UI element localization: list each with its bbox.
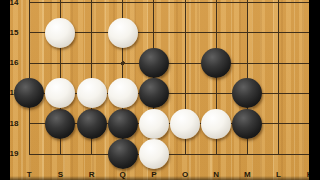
black-stone-N16[interactable] xyxy=(201,48,231,78)
black-stone-Q18[interactable] xyxy=(108,109,138,139)
black-stone-R18[interactable] xyxy=(77,109,107,139)
letterbox-bar-left xyxy=(0,0,10,180)
white-stone-O18[interactable] xyxy=(170,109,200,139)
black-stone-S18[interactable] xyxy=(45,109,75,139)
black-stone-P16[interactable] xyxy=(139,48,169,78)
board-bottom-edge-shadow xyxy=(0,176,320,180)
black-stone-P17[interactable] xyxy=(139,78,169,108)
letterbox-bar-right xyxy=(309,0,320,180)
stones-layer xyxy=(0,0,320,180)
black-stone-Q19[interactable] xyxy=(108,139,138,169)
white-stone-S17[interactable] xyxy=(45,78,75,108)
white-stone-S15[interactable] xyxy=(45,18,75,48)
black-stone-M18[interactable] xyxy=(232,109,262,139)
white-stone-P19[interactable] xyxy=(139,139,169,169)
white-stone-P18[interactable] xyxy=(139,109,169,139)
white-stone-Q17[interactable] xyxy=(108,78,138,108)
white-stone-N18[interactable] xyxy=(201,109,231,139)
white-stone-Q15[interactable] xyxy=(108,18,138,48)
black-stone-M17[interactable] xyxy=(232,78,262,108)
white-stone-R17[interactable] xyxy=(77,78,107,108)
black-stone-T17[interactable] xyxy=(14,78,44,108)
go-board[interactable]: 141516171819TSRQPONMLK xyxy=(0,0,320,180)
